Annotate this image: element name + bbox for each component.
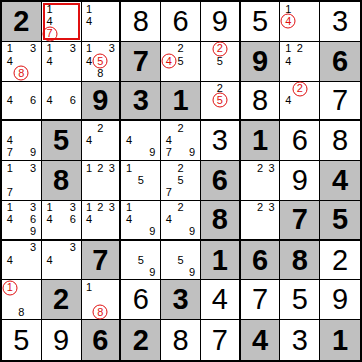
candidate-1: 1 (84, 202, 95, 214)
candidate-2: 2 (175, 202, 187, 214)
given-digit: 2 (53, 285, 69, 314)
solved-digit: 9 (212, 7, 228, 36)
candidate-4: 4 (44, 94, 56, 106)
cell-r9c9[interactable]: 1 (320, 320, 360, 360)
cell-r9c6[interactable]: 7 (201, 320, 241, 360)
candidate-7-circled: 7 (44, 28, 56, 40)
candidate-3: 3 (106, 43, 117, 55)
pencil-marks: 25 (201, 42, 239, 81)
cell-r1c4[interactable]: 8 (121, 2, 161, 42)
cell-r3c8[interactable]: 24 (280, 82, 320, 122)
sudoku-board-frame: 2147148695143134813413458724525912464646… (0, 0, 362, 362)
given-digit: 9 (92, 86, 108, 115)
pencil-marks: 1234 (82, 201, 120, 239)
solved-digit: 6 (133, 285, 149, 314)
given-digit: 1 (212, 246, 228, 275)
given-digit: 4 (252, 326, 268, 355)
candidate-3: 3 (106, 202, 117, 214)
solved-digit: 9 (332, 285, 348, 314)
cell-r5c1[interactable]: 137 (2, 161, 42, 201)
cell-r4c4[interactable]: 49 (121, 121, 161, 161)
candidate-4: 4 (4, 214, 16, 226)
pencil-marks: 59 (121, 241, 160, 280)
cell-r5c9[interactable]: 4 (320, 161, 360, 201)
candidate-3: 3 (67, 202, 79, 214)
candidate-4: 4 (163, 214, 175, 226)
candidate-1: 1 (44, 202, 56, 214)
cell-r9c4[interactable]: 2 (121, 320, 161, 360)
solved-digit: 8 (172, 326, 188, 355)
pencil-marks: 134 (42, 42, 81, 81)
pencil-marks: 124 (280, 42, 319, 81)
cell-r7c7[interactable]: 6 (241, 241, 281, 281)
candidate-4: 4 (44, 254, 56, 266)
pencil-marks: 1346 (42, 201, 81, 239)
solved-digit: 3 (292, 326, 308, 355)
solved-digit: 9 (292, 166, 308, 195)
cell-r6c8[interactable]: 7 (280, 201, 320, 241)
cell-r1c8[interactable]: 14 (280, 2, 320, 42)
candidate-2: 2 (95, 202, 106, 214)
given-digit: 3 (133, 86, 149, 115)
pencil-marks: 46 (2, 82, 41, 120)
pencil-marks: 13458 (82, 42, 120, 81)
given-digit: 8 (212, 205, 228, 234)
cell-r4c8[interactable]: 6 (280, 121, 320, 161)
cell-r1c2[interactable]: 147 (42, 2, 82, 42)
candidate-2: 2 (95, 162, 106, 174)
cell-r1c5[interactable]: 6 (161, 2, 201, 42)
candidate-2: 2 (175, 43, 187, 55)
cell-r6c6[interactable]: 8 (201, 201, 241, 241)
cell-r1c3[interactable]: 14 (82, 2, 122, 42)
given-digit: 6 (92, 326, 108, 355)
cell-r5c4[interactable]: 15 (121, 161, 161, 201)
cell-r5c7[interactable]: 23 (241, 161, 281, 201)
candidate-9: 9 (147, 226, 159, 238)
cell-r2c5[interactable]: 245 (161, 42, 201, 82)
cell-r7c4[interactable]: 59 (121, 241, 161, 281)
candidate-2: 2 (254, 162, 266, 174)
given-digit: 9 (252, 47, 268, 76)
cell-r4c3[interactable]: 24 (82, 121, 122, 161)
pencil-marks: 49 (121, 121, 160, 160)
candidate-9: 9 (186, 226, 198, 238)
cell-r6c2[interactable]: 1346 (42, 201, 82, 241)
cell-r4c7[interactable]: 1 (241, 121, 281, 161)
candidate-4: 4 (123, 135, 135, 147)
candidate-8-circled: 8 (95, 306, 106, 318)
candidate-2: 2 (175, 122, 187, 134)
cell-r5c5[interactable]: 257 (161, 161, 201, 201)
pencil-marks: 15 (121, 161, 160, 200)
solved-digit: 7 (212, 326, 228, 355)
given-digit: 6 (212, 166, 228, 195)
candidate-6: 6 (27, 94, 39, 106)
candidate-1: 1 (4, 43, 16, 55)
pencil-marks: 1348 (2, 42, 41, 81)
cell-r6c9[interactable]: 5 (320, 201, 360, 241)
pencil-marks: 479 (2, 121, 41, 160)
candidate-9: 9 (186, 266, 198, 278)
candidate-2-circled: 2 (294, 83, 306, 95)
pencil-marks: 249 (161, 201, 200, 239)
cell-r6c3[interactable]: 1234 (82, 201, 122, 241)
candidate-2: 2 (95, 122, 106, 134)
candidate-5: 5 (175, 254, 187, 266)
cell-r7c5[interactable]: 59 (161, 241, 201, 281)
candidate-1: 1 (84, 43, 95, 55)
solved-digit: 5 (252, 7, 268, 36)
candidate-5-circled: 5 (214, 94, 225, 106)
pencil-marks: 46 (42, 82, 81, 120)
pencil-marks: 123 (82, 161, 120, 200)
candidate-5: 5 (175, 174, 187, 186)
candidate-3: 3 (266, 162, 278, 174)
candidate-1-circled: 1 (4, 281, 16, 293)
candidate-5: 5 (175, 55, 187, 67)
candidate-7: 7 (163, 187, 175, 199)
given-digit: 7 (92, 246, 108, 275)
cell-r8c1[interactable]: 18 (2, 280, 42, 320)
cell-r8c6[interactable]: 4 (201, 280, 241, 320)
candidate-9: 9 (27, 147, 39, 159)
given-digit: 6 (252, 246, 268, 275)
candidate-1: 1 (84, 281, 95, 293)
pencil-marks: 23 (241, 161, 280, 200)
candidate-4: 4 (282, 94, 294, 106)
candidate-1: 1 (44, 43, 56, 55)
given-digit: 8 (53, 166, 69, 195)
candidate-1: 1 (4, 202, 16, 214)
pencil-marks: 149 (121, 201, 160, 239)
cell-r8c5[interactable]: 3 (161, 280, 201, 320)
cell-r7c3[interactable]: 7 (82, 241, 122, 281)
candidate-4: 4 (84, 214, 95, 226)
pencil-marks: 2479 (161, 121, 200, 160)
candidate-8: 8 (16, 306, 28, 318)
pencil-marks: 14 (82, 2, 120, 41)
cell-r9c8[interactable]: 3 (280, 320, 320, 360)
pencil-marks: 18 (2, 280, 41, 319)
cell-r9c3[interactable]: 6 (82, 320, 122, 360)
cell-r1c7[interactable]: 5 (241, 2, 281, 42)
candidate-1: 1 (4, 162, 16, 174)
candidate-4: 4 (84, 15, 95, 27)
candidate-3: 3 (27, 242, 39, 254)
cell-r2c9[interactable]: 6 (320, 42, 360, 82)
pencil-marks: 24 (280, 82, 319, 120)
solved-digit: 3 (332, 7, 348, 36)
candidate-8: 8 (95, 67, 106, 79)
cell-r2c3[interactable]: 13458 (82, 42, 122, 82)
pencil-marks: 34 (2, 241, 41, 280)
cell-r7c9[interactable]: 2 (320, 241, 360, 281)
cell-r2c6[interactable]: 25 (201, 42, 241, 82)
solved-digit: 8 (332, 126, 348, 155)
candidate-1: 1 (123, 162, 135, 174)
candidate-1: 1 (44, 3, 56, 15)
cell-r9c7[interactable]: 4 (241, 320, 281, 360)
candidate-1: 1 (84, 162, 95, 174)
candidate-2: 2 (294, 43, 306, 55)
candidate-5-circled: 5 (95, 55, 106, 67)
candidate-4: 4 (163, 135, 175, 147)
cell-r4c5[interactable]: 2479 (161, 121, 201, 161)
given-digit: 7 (292, 205, 308, 234)
solved-digit: 8 (252, 86, 268, 115)
cell-r9c1[interactable]: 5 (2, 320, 42, 360)
solved-digit: 2 (332, 246, 348, 275)
given-digit: 8 (292, 246, 308, 275)
candidate-1: 1 (84, 3, 95, 15)
candidate-2-circled: 2 (214, 43, 225, 55)
cell-r6c4[interactable]: 149 (121, 201, 161, 241)
candidate-1: 1 (282, 43, 294, 55)
sudoku-board: 2147148695143134813413458724525912464646… (2, 2, 360, 360)
pencil-marks: 59 (161, 241, 200, 280)
pencil-marks: 23 (241, 201, 280, 239)
candidate-3: 3 (266, 202, 278, 214)
cell-r7c6[interactable]: 1 (201, 241, 241, 281)
candidate-5: 5 (135, 254, 147, 266)
pencil-marks: 14 (280, 2, 319, 41)
cell-r5c2[interactable]: 8 (42, 161, 82, 201)
cell-r2c2[interactable]: 134 (42, 42, 82, 82)
cell-r7c2[interactable]: 34 (42, 241, 82, 281)
candidate-4: 4 (4, 254, 16, 266)
given-digit: 1 (172, 86, 188, 115)
candidate-4: 4 (84, 135, 95, 147)
solved-digit: 7 (252, 285, 268, 314)
cell-r2c8[interactable]: 124 (280, 42, 320, 82)
candidate-4: 4 (44, 214, 56, 226)
cell-r8c3[interactable]: 18 (82, 280, 122, 320)
candidate-3: 3 (27, 43, 39, 55)
cell-r4c1[interactable]: 479 (2, 121, 42, 161)
candidate-3: 3 (67, 242, 79, 254)
cell-r6c5[interactable]: 249 (161, 201, 201, 241)
solved-digit: 5 (292, 285, 308, 314)
cell-r4c9[interactable]: 8 (320, 121, 360, 161)
given-digit: 2 (13, 7, 29, 36)
cell-r3c9[interactable]: 7 (320, 82, 360, 122)
pencil-marks: 147 (42, 2, 81, 41)
pencil-marks: 24 (82, 121, 120, 160)
candidate-2: 2 (175, 162, 187, 174)
candidate-4: 4 (4, 94, 16, 106)
candidate-9: 9 (147, 147, 159, 159)
candidate-4-circled: 4 (163, 55, 175, 67)
cell-r3c6[interactable]: 25 (201, 82, 241, 122)
given-digit: 2 (133, 326, 149, 355)
candidate-3: 3 (27, 202, 39, 214)
cell-r9c2[interactable]: 9 (42, 320, 82, 360)
cell-r3c4[interactable]: 3 (121, 82, 161, 122)
candidate-8-circled: 8 (16, 67, 28, 79)
cell-r1c6[interactable]: 9 (201, 2, 241, 42)
given-digit: 1 (332, 326, 348, 355)
given-digit: 1 (252, 126, 268, 155)
given-digit: 4 (332, 166, 348, 195)
candidate-7: 7 (4, 187, 16, 199)
cell-r3c3[interactable]: 9 (82, 82, 122, 122)
solved-digit: 3 (212, 126, 228, 155)
candidate-4: 4 (282, 55, 294, 67)
pencil-marks: 137 (2, 161, 41, 200)
cell-r5c8[interactable]: 9 (280, 161, 320, 201)
cell-r6c1[interactable]: 13469 (2, 201, 42, 241)
candidate-7: 7 (163, 147, 175, 159)
given-digit: 5 (53, 126, 69, 155)
candidate-6: 6 (67, 94, 79, 106)
solved-digit: 4 (212, 285, 228, 314)
cell-r5c6[interactable]: 6 (201, 161, 241, 201)
solved-digit: 6 (292, 126, 308, 155)
cell-r9c5[interactable]: 8 (161, 320, 201, 360)
given-digit: 5 (332, 205, 348, 234)
cell-r6c7[interactable]: 23 (241, 201, 281, 241)
candidate-4: 4 (123, 214, 135, 226)
cell-r8c9[interactable]: 9 (320, 280, 360, 320)
candidate-9: 9 (147, 266, 159, 278)
cell-r1c1[interactable]: 2 (2, 2, 42, 42)
candidate-4: 4 (44, 55, 56, 67)
candidate-6: 6 (27, 214, 39, 226)
cell-r8c2[interactable]: 2 (42, 280, 82, 320)
solved-digit: 9 (53, 326, 69, 355)
candidate-2: 2 (254, 202, 266, 214)
given-digit: 7 (133, 47, 149, 76)
candidate-4: 4 (4, 135, 16, 147)
cell-r2c1[interactable]: 1348 (2, 42, 42, 82)
candidate-4-circled: 4 (282, 15, 294, 27)
pencil-marks: 257 (161, 161, 200, 200)
candidate-5: 5 (214, 55, 225, 67)
candidate-6: 6 (67, 214, 79, 226)
candidate-3: 3 (27, 162, 39, 174)
candidate-9: 9 (186, 147, 198, 159)
cell-r3c5[interactable]: 1 (161, 82, 201, 122)
given-digit: 6 (332, 47, 348, 76)
cell-r2c4[interactable]: 7 (121, 42, 161, 82)
candidate-4: 4 (4, 55, 16, 67)
candidate-7: 7 (4, 147, 16, 159)
solved-digit: 8 (133, 7, 149, 36)
cell-r5c3[interactable]: 123 (82, 161, 122, 201)
pencil-marks: 25 (201, 82, 239, 120)
cell-r1c9[interactable]: 3 (320, 2, 360, 42)
candidate-1: 1 (123, 202, 135, 214)
candidate-3: 3 (106, 162, 117, 174)
cell-r3c1[interactable]: 46 (2, 82, 42, 122)
cell-r7c1[interactable]: 34 (2, 241, 42, 281)
solved-digit: 6 (172, 7, 188, 36)
pencil-marks: 18 (82, 280, 120, 319)
cell-r3c2[interactable]: 46 (42, 82, 82, 122)
solved-digit: 5 (13, 326, 29, 355)
candidate-5: 5 (135, 174, 147, 186)
cell-r8c8[interactable]: 5 (280, 280, 320, 320)
candidate-9: 9 (27, 226, 39, 238)
cell-r8c7[interactable]: 7 (241, 280, 281, 320)
pencil-marks: 245 (161, 42, 200, 81)
cell-r4c2[interactable]: 5 (42, 121, 82, 161)
given-digit: 3 (172, 285, 188, 314)
cell-r8c4[interactable]: 6 (121, 280, 161, 320)
cell-r7c8[interactable]: 8 (280, 241, 320, 281)
pencil-marks: 13469 (2, 201, 41, 239)
pencil-marks: 34 (42, 241, 81, 280)
cell-r2c7[interactable]: 9 (241, 42, 281, 82)
candidate-3: 3 (67, 43, 79, 55)
cell-r4c6[interactable]: 3 (201, 121, 241, 161)
cell-r3c7[interactable]: 8 (241, 82, 281, 122)
solved-digit: 7 (332, 86, 348, 115)
